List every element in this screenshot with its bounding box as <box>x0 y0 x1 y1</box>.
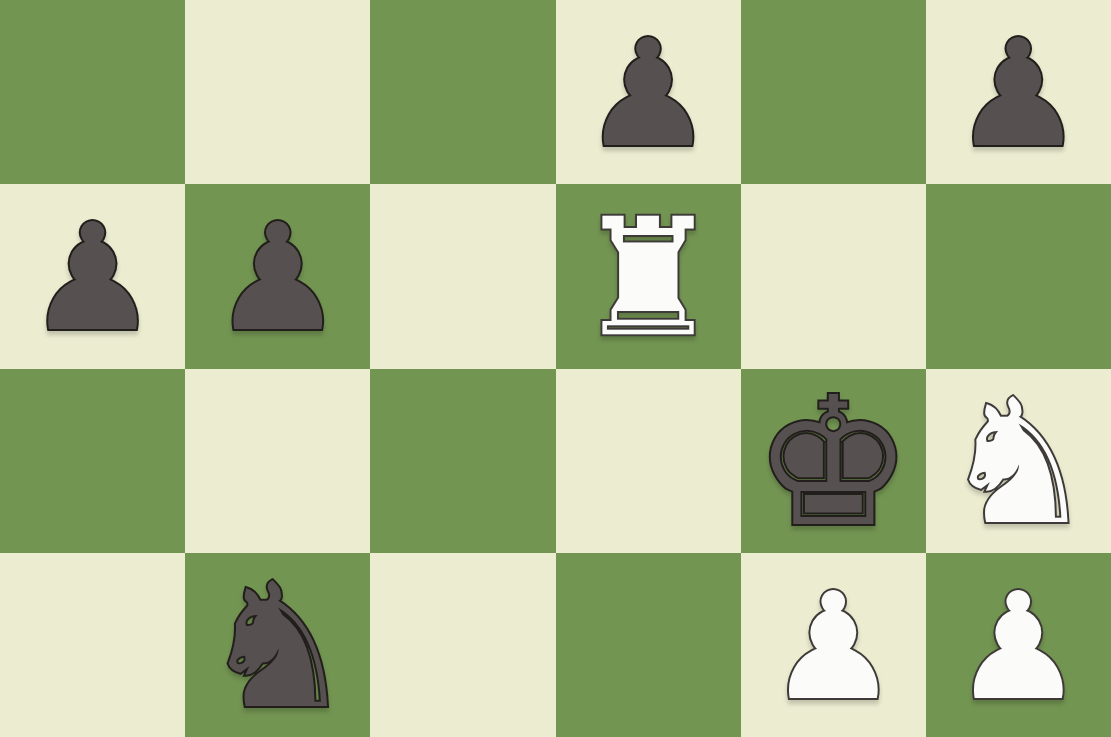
square-g4[interactable]: ♟ <box>741 553 926 737</box>
square-d4[interactable]: ♞ <box>185 553 370 737</box>
white-knight-h5[interactable]: ♞ <box>941 377 1095 549</box>
square-h4[interactable]: ♟ <box>926 553 1111 737</box>
square-h6[interactable] <box>926 184 1111 368</box>
black-pawn-c6[interactable]: ♟ <box>26 204 159 352</box>
square-e6[interactable] <box>370 184 555 368</box>
square-f5[interactable] <box>556 369 741 553</box>
square-d7[interactable] <box>185 0 370 184</box>
square-f4[interactable] <box>556 553 741 737</box>
white-rook-f6[interactable]: ♜ <box>575 197 720 359</box>
square-g6[interactable] <box>741 184 926 368</box>
square-h5[interactable]: ♞ <box>926 369 1111 553</box>
square-c6[interactable]: ♟ <box>0 184 185 368</box>
square-h7[interactable]: ♟ <box>926 0 1111 184</box>
square-g7[interactable] <box>741 0 926 184</box>
square-c5[interactable] <box>0 369 185 553</box>
square-f6[interactable]: ♜ <box>556 184 741 368</box>
square-c4[interactable] <box>0 553 185 737</box>
chess-board: ♟♟♟♟♜♚♞♞♟♟ <box>0 0 1111 737</box>
black-pawn-f7[interactable]: ♟ <box>582 20 715 168</box>
black-knight-d4[interactable]: ♞ <box>201 561 355 733</box>
white-pawn-h4[interactable]: ♟ <box>952 573 1085 721</box>
black-pawn-h7[interactable]: ♟ <box>952 20 1085 168</box>
square-e7[interactable] <box>370 0 555 184</box>
black-pawn-d6[interactable]: ♟ <box>211 204 344 352</box>
black-king-g5[interactable]: ♚ <box>753 374 913 552</box>
square-f7[interactable]: ♟ <box>556 0 741 184</box>
white-pawn-g4[interactable]: ♟ <box>767 573 900 721</box>
square-d5[interactable] <box>185 369 370 553</box>
square-e4[interactable] <box>370 553 555 737</box>
square-g5[interactable]: ♚ <box>741 369 926 553</box>
square-e5[interactable] <box>370 369 555 553</box>
square-c7[interactable] <box>0 0 185 184</box>
square-d6[interactable]: ♟ <box>185 184 370 368</box>
